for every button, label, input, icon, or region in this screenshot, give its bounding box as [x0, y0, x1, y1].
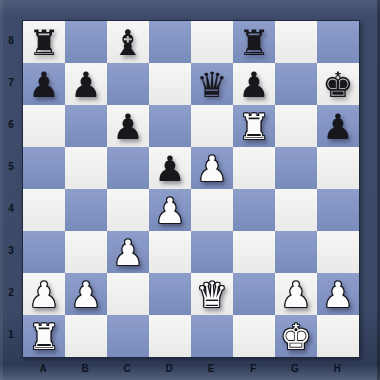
- white-pawn-b2[interactable]: ♟: [65, 273, 107, 315]
- square-b5[interactable]: [65, 147, 107, 189]
- square-h5[interactable]: [317, 147, 359, 189]
- square-f6[interactable]: ♜: [233, 105, 275, 147]
- black-rook-a8[interactable]: ♜: [23, 21, 65, 63]
- file-label-e: E: [190, 358, 232, 380]
- square-h6[interactable]: ♟: [317, 105, 359, 147]
- square-f5[interactable]: [233, 147, 275, 189]
- rank-label-5: 5: [0, 146, 22, 188]
- square-h3[interactable]: [317, 231, 359, 273]
- white-queen-e2[interactable]: ♛: [191, 273, 233, 315]
- square-e1[interactable]: [191, 315, 233, 357]
- square-c5[interactable]: [107, 147, 149, 189]
- square-a6[interactable]: [23, 105, 65, 147]
- black-king-h7[interactable]: ♚: [317, 63, 359, 105]
- square-b1[interactable]: [65, 315, 107, 357]
- square-b2[interactable]: ♟: [65, 273, 107, 315]
- square-c8[interactable]: ♝: [107, 21, 149, 63]
- square-f8[interactable]: ♜: [233, 21, 275, 63]
- square-b4[interactable]: [65, 189, 107, 231]
- white-pawn-a2[interactable]: ♟: [23, 273, 65, 315]
- square-d2[interactable]: [149, 273, 191, 315]
- file-label-c: C: [106, 358, 148, 380]
- square-d3[interactable]: [149, 231, 191, 273]
- file-label-f: F: [232, 358, 274, 380]
- white-pawn-e5[interactable]: ♟: [191, 147, 233, 189]
- square-a3[interactable]: [23, 231, 65, 273]
- square-b8[interactable]: [65, 21, 107, 63]
- white-king-g1[interactable]: ♚: [275, 315, 317, 357]
- black-pawn-b7[interactable]: ♟: [65, 63, 107, 105]
- square-b3[interactable]: [65, 231, 107, 273]
- white-rook-f6[interactable]: ♜: [233, 105, 275, 147]
- white-pawn-c3[interactable]: ♟: [107, 231, 149, 273]
- square-g8[interactable]: [275, 21, 317, 63]
- square-d4[interactable]: ♟: [149, 189, 191, 231]
- square-h4[interactable]: [317, 189, 359, 231]
- square-b6[interactable]: [65, 105, 107, 147]
- square-c6[interactable]: ♟: [107, 105, 149, 147]
- file-label-a: A: [22, 358, 64, 380]
- square-e3[interactable]: [191, 231, 233, 273]
- rank-label-1: 1: [0, 314, 22, 356]
- square-a2[interactable]: ♟: [23, 273, 65, 315]
- white-pawn-d4[interactable]: ♟: [149, 189, 191, 231]
- rank-label-7: 7: [0, 62, 22, 104]
- square-a5[interactable]: [23, 147, 65, 189]
- rank-label-2: 2: [0, 272, 22, 314]
- rank-label-3: 3: [0, 230, 22, 272]
- white-rook-a1[interactable]: ♜: [23, 315, 65, 357]
- square-g7[interactable]: [275, 63, 317, 105]
- square-e8[interactable]: [191, 21, 233, 63]
- square-h2[interactable]: ♟: [317, 273, 359, 315]
- square-d7[interactable]: [149, 63, 191, 105]
- square-f2[interactable]: [233, 273, 275, 315]
- square-g1[interactable]: ♚: [275, 315, 317, 357]
- black-rook-f8[interactable]: ♜: [233, 21, 275, 63]
- chess-diagram: 8 7 6 5 4 3 2 1 ♜♝♜♟♟♛♟♚♟♜♟♟♟♟♟♟♟♛♟♟♜♚ A…: [0, 0, 380, 380]
- square-g2[interactable]: ♟: [275, 273, 317, 315]
- square-c7[interactable]: [107, 63, 149, 105]
- rank-label-8: 8: [0, 20, 22, 62]
- white-pawn-g2[interactable]: ♟: [275, 273, 317, 315]
- square-e6[interactable]: [191, 105, 233, 147]
- square-h1[interactable]: [317, 315, 359, 357]
- file-label-g: G: [274, 358, 316, 380]
- square-d5[interactable]: ♟: [149, 147, 191, 189]
- file-label-h: H: [316, 358, 358, 380]
- square-e4[interactable]: [191, 189, 233, 231]
- square-g3[interactable]: [275, 231, 317, 273]
- black-queen-e7[interactable]: ♛: [191, 63, 233, 105]
- black-pawn-a7[interactable]: ♟: [23, 63, 65, 105]
- square-a1[interactable]: ♜: [23, 315, 65, 357]
- square-c1[interactable]: [107, 315, 149, 357]
- file-label-d: D: [148, 358, 190, 380]
- square-a7[interactable]: ♟: [23, 63, 65, 105]
- square-e5[interactable]: ♟: [191, 147, 233, 189]
- black-pawn-f7[interactable]: ♟: [233, 63, 275, 105]
- square-d1[interactable]: [149, 315, 191, 357]
- square-f7[interactable]: ♟: [233, 63, 275, 105]
- square-h8[interactable]: [317, 21, 359, 63]
- rank-labels: 8 7 6 5 4 3 2 1: [0, 20, 22, 358]
- square-g4[interactable]: [275, 189, 317, 231]
- square-e2[interactable]: ♛: [191, 273, 233, 315]
- square-a4[interactable]: [23, 189, 65, 231]
- square-f4[interactable]: [233, 189, 275, 231]
- square-g6[interactable]: [275, 105, 317, 147]
- square-c2[interactable]: [107, 273, 149, 315]
- chess-board: ♜♝♜♟♟♛♟♚♟♜♟♟♟♟♟♟♟♛♟♟♜♚: [22, 20, 360, 358]
- black-pawn-c6[interactable]: ♟: [107, 105, 149, 147]
- white-pawn-h2[interactable]: ♟: [317, 273, 359, 315]
- square-c3[interactable]: ♟: [107, 231, 149, 273]
- square-f1[interactable]: [233, 315, 275, 357]
- square-d8[interactable]: [149, 21, 191, 63]
- square-b7[interactable]: ♟: [65, 63, 107, 105]
- black-bishop-c8[interactable]: ♝: [107, 21, 149, 63]
- black-pawn-d5[interactable]: ♟: [149, 147, 191, 189]
- file-label-b: B: [64, 358, 106, 380]
- square-h7[interactable]: ♚: [317, 63, 359, 105]
- square-a8[interactable]: ♜: [23, 21, 65, 63]
- square-g5[interactable]: [275, 147, 317, 189]
- file-labels: A B C D E F G H: [22, 358, 360, 380]
- square-d6[interactable]: [149, 105, 191, 147]
- square-f3[interactable]: [233, 231, 275, 273]
- rank-label-6: 6: [0, 104, 22, 146]
- square-c4[interactable]: [107, 189, 149, 231]
- rank-label-4: 4: [0, 188, 22, 230]
- square-e7[interactable]: ♛: [191, 63, 233, 105]
- black-pawn-h6[interactable]: ♟: [317, 105, 359, 147]
